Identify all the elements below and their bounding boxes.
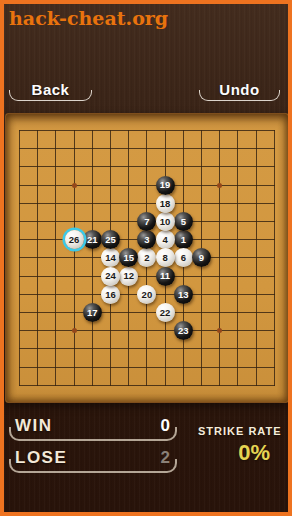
stone-2-white: 2 bbox=[137, 248, 156, 267]
stone-25-black: 25 bbox=[101, 230, 120, 249]
stone-24-white: 24 bbox=[101, 267, 120, 286]
lose-counter: LOSE 2 bbox=[9, 447, 177, 473]
back-button-label: Back bbox=[9, 81, 92, 98]
stone-17-black: 17 bbox=[83, 303, 102, 322]
grid-line-h bbox=[19, 367, 275, 368]
stone-4-white: 4 bbox=[156, 230, 175, 249]
star-point bbox=[72, 328, 77, 333]
strike-rate-label: STRIKE RATE bbox=[198, 425, 272, 437]
strike-rate-value: 0% bbox=[198, 440, 272, 466]
star-point bbox=[72, 183, 77, 188]
stone-20-white: 20 bbox=[137, 285, 156, 304]
stone-11-black: 11 bbox=[156, 267, 175, 286]
stone-23-black: 23 bbox=[174, 321, 193, 340]
app-screen: hack-cheat.org Back Undo 123456789101112… bbox=[0, 0, 292, 516]
win-label: WIN bbox=[15, 416, 53, 436]
star-point bbox=[217, 328, 222, 333]
stone-8-white: 8 bbox=[156, 248, 175, 267]
stone-16-white: 16 bbox=[101, 285, 120, 304]
stone-14-white: 14 bbox=[101, 248, 120, 267]
stone-1-black: 1 bbox=[174, 230, 193, 249]
stone-18-white: 18 bbox=[156, 194, 175, 213]
lose-value: 2 bbox=[161, 448, 170, 468]
stone-22-white: 22 bbox=[156, 303, 175, 322]
stone-26-white: 26 bbox=[65, 230, 84, 249]
stone-6-white: 6 bbox=[174, 248, 193, 267]
undo-button-label: Undo bbox=[199, 81, 280, 98]
win-counter: WIN 0 bbox=[9, 415, 177, 441]
stone-10-white: 10 bbox=[156, 212, 175, 231]
stone-3-black: 3 bbox=[137, 230, 156, 249]
stone-7-black: 7 bbox=[137, 212, 156, 231]
grid-line-v bbox=[256, 130, 257, 386]
stone-21-black: 21 bbox=[83, 230, 102, 249]
stone-9-black: 9 bbox=[192, 248, 211, 267]
grid-line-h bbox=[19, 385, 275, 386]
stone-5-black: 5 bbox=[174, 212, 193, 231]
lose-label: LOSE bbox=[15, 448, 67, 468]
gomoku-board[interactable]: 1234567891011121314151617181920212223242… bbox=[5, 113, 289, 403]
grid-line-v bbox=[237, 130, 238, 386]
stone-19-black: 19 bbox=[156, 176, 175, 195]
stone-12-white: 12 bbox=[119, 267, 138, 286]
strike-rate: STRIKE RATE 0% bbox=[198, 425, 272, 466]
stone-13-black: 13 bbox=[174, 285, 193, 304]
stone-15-black: 15 bbox=[119, 248, 138, 267]
site-banner: hack-cheat.org bbox=[9, 7, 168, 29]
undo-button[interactable]: Undo bbox=[199, 80, 280, 101]
star-point bbox=[217, 183, 222, 188]
back-button[interactable]: Back bbox=[9, 80, 92, 101]
win-value: 0 bbox=[161, 416, 170, 436]
grid-line-v bbox=[274, 130, 275, 386]
